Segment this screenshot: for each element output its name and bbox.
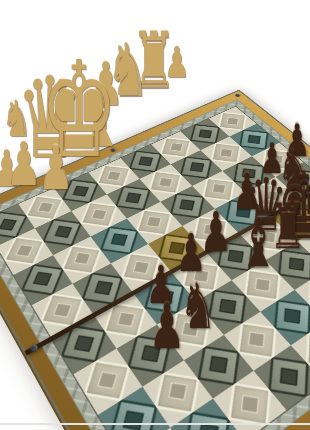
board-square	[142, 360, 213, 428]
board-square	[253, 345, 310, 410]
board-square	[133, 272, 195, 325]
board-square	[117, 325, 184, 387]
chessboard-product-photo[interactable]: ♟♜♞♟♞♝♟♛♚♟♟♟♟♞♟♛♚♜♟♝♟♟♞♟	[0, 0, 310, 430]
board-square	[294, 269, 310, 321]
page-divider-line	[0, 423, 310, 425]
board-square	[52, 315, 117, 375]
board-square	[13, 255, 72, 305]
board-grid	[0, 106, 310, 430]
board-square	[213, 371, 286, 430]
board-square	[73, 263, 134, 315]
board-inlay-border	[0, 99, 310, 430]
board-square	[158, 302, 224, 360]
board-square	[196, 280, 260, 334]
board-square	[223, 311, 290, 370]
board-square	[291, 321, 310, 382]
board-square	[74, 349, 143, 415]
board-square	[184, 335, 253, 398]
board-square	[170, 398, 245, 430]
board-square	[232, 260, 295, 311]
product-photo-page: ♟♜♞♟♞♝♟♛♚♟♟♟♟♞♟♛♚♜♟♝♟♟♞♟	[0, 0, 310, 430]
board-scene	[0, 0, 310, 430]
board-square	[260, 289, 310, 345]
chess-board	[0, 90, 310, 430]
board-square	[171, 252, 232, 302]
frame-pin	[235, 93, 241, 97]
board-square	[94, 292, 158, 348]
